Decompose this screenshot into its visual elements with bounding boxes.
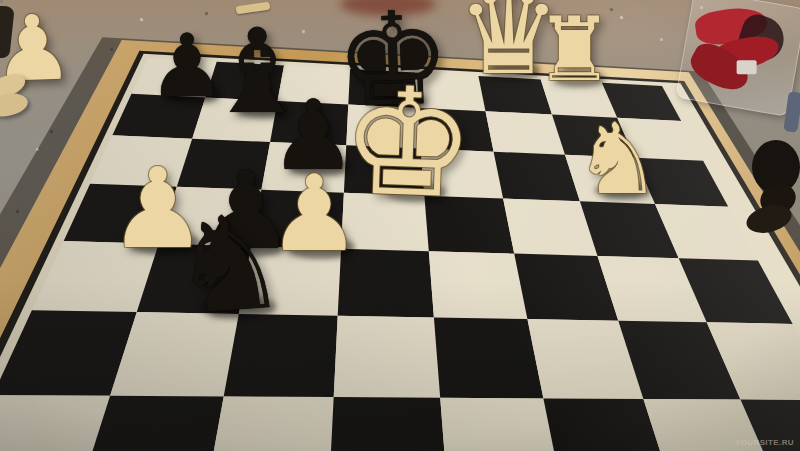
bag-label [737, 60, 757, 74]
piece-black-knight-b4[interactable]: ♞ [166, 195, 292, 334]
photo-stage: ♟♝♚♛♜♟♚♞♟♟♟♞ ♟ YOURSITE.RU [0, 0, 800, 451]
watermark: YOURSITE.RU [735, 438, 794, 447]
piece-white-knight-g6[interactable]: ♞ [574, 110, 662, 208]
lying-black-piece[interactable] [742, 138, 800, 238]
red-pieces-bag[interactable] [675, 0, 800, 117]
piece-white-rook-g8[interactable]: ♜ [535, 6, 614, 94]
